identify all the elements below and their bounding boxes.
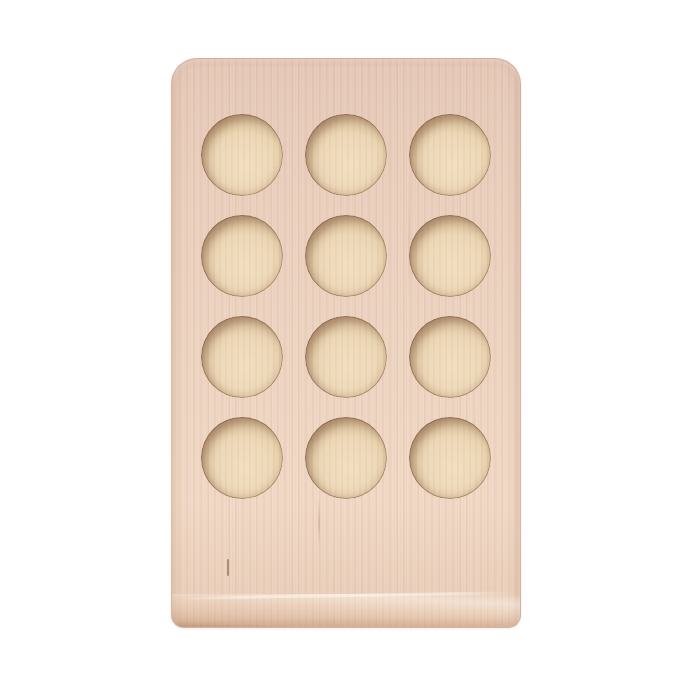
pit-r3c1[interactable] xyxy=(201,316,283,398)
pit-r2c3[interactable] xyxy=(409,215,491,297)
wood-grain-streak xyxy=(318,499,320,547)
pit-r1c3[interactable] xyxy=(409,114,491,196)
pit-r1c1[interactable] xyxy=(201,114,283,196)
pit-r2c2[interactable] xyxy=(305,215,387,297)
front-lip-crease xyxy=(178,591,514,600)
pit-r4c3[interactable] xyxy=(409,417,491,499)
pit-r4c1[interactable] xyxy=(201,417,283,499)
pit-r1c2[interactable] xyxy=(305,114,387,196)
pit-r3c3[interactable] xyxy=(409,316,491,398)
pit-r2c1[interactable] xyxy=(201,215,283,297)
photo-background xyxy=(0,0,700,700)
pit-r4c2[interactable] xyxy=(305,417,387,499)
wooden-board xyxy=(171,58,521,628)
pit-grid xyxy=(201,114,491,499)
wood-knot-mark xyxy=(227,559,229,576)
pit-r3c2[interactable] xyxy=(305,316,387,398)
